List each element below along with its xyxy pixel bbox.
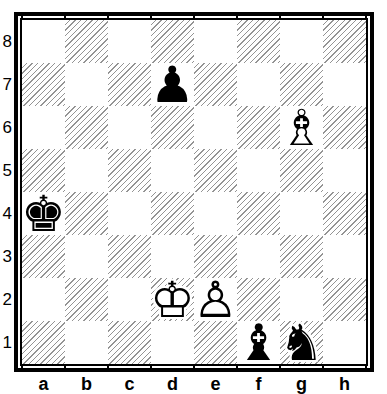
square-a2[interactable] [22, 278, 65, 321]
chess-board: ♟♝♗♚♚♔♟♙♝♞ [22, 20, 366, 364]
rank-label-8: 8 [0, 20, 14, 63]
file-label-b: b [65, 374, 108, 394]
square-g4[interactable] [280, 192, 323, 235]
square-g3[interactable] [280, 235, 323, 278]
square-h8[interactable] [323, 20, 366, 63]
file-label-f: f [237, 374, 280, 394]
square-e2[interactable]: ♟♙ [194, 278, 237, 321]
square-h5[interactable] [323, 149, 366, 192]
square-f8[interactable] [237, 20, 280, 63]
piece-white-bishop[interactable]: ♝♗ [280, 106, 323, 149]
square-c1[interactable] [108, 321, 151, 364]
square-f4[interactable] [237, 192, 280, 235]
square-b7[interactable] [65, 63, 108, 106]
square-e8[interactable] [194, 20, 237, 63]
square-e7[interactable] [194, 63, 237, 106]
square-f3[interactable] [237, 235, 280, 278]
square-g5[interactable] [280, 149, 323, 192]
square-f6[interactable] [237, 106, 280, 149]
square-b2[interactable] [65, 278, 108, 321]
square-a6[interactable] [22, 106, 65, 149]
square-d5[interactable] [151, 149, 194, 192]
file-label-a: a [22, 374, 65, 394]
square-e5[interactable] [194, 149, 237, 192]
square-b8[interactable] [65, 20, 108, 63]
black-king-icon: ♚ [22, 192, 65, 235]
rank-label-3: 3 [0, 235, 14, 278]
square-d7[interactable]: ♟ [151, 63, 194, 106]
square-a1[interactable] [22, 321, 65, 364]
square-c5[interactable] [108, 149, 151, 192]
piece-black-bishop[interactable]: ♝ [237, 321, 280, 364]
square-c3[interactable] [108, 235, 151, 278]
board-frame: ♟♝♗♚♚♔♟♙♝♞ [14, 12, 374, 372]
piece-white-king[interactable]: ♚♔ [151, 278, 194, 321]
square-h4[interactable] [323, 192, 366, 235]
white-king-icon: ♔ [151, 278, 194, 321]
square-g6[interactable]: ♝♗ [280, 106, 323, 149]
piece-black-pawn[interactable]: ♟ [151, 63, 194, 106]
rank-label-4: 4 [0, 192, 14, 235]
square-h3[interactable] [323, 235, 366, 278]
white-bishop-icon: ♗ [280, 106, 323, 149]
rank-labels: 87654321 [0, 20, 14, 372]
square-f7[interactable] [237, 63, 280, 106]
square-a7[interactable] [22, 63, 65, 106]
square-h1[interactable] [323, 321, 366, 364]
square-a3[interactable] [22, 235, 65, 278]
square-c2[interactable] [108, 278, 151, 321]
white-pawn-icon: ♙ [194, 278, 237, 321]
square-g8[interactable] [280, 20, 323, 63]
black-bishop-icon: ♝ [237, 321, 280, 364]
chess-diagram: 87654321 ♟♝♗♚♚♔♟♙♝♞ abcdefgh [0, 0, 387, 394]
rank-label-2: 2 [0, 278, 14, 321]
square-a4[interactable]: ♚ [22, 192, 65, 235]
file-label-c: c [108, 374, 151, 394]
square-b1[interactable] [65, 321, 108, 364]
square-d1[interactable] [151, 321, 194, 364]
file-labels: abcdefgh [22, 374, 387, 394]
square-a8[interactable] [22, 20, 65, 63]
square-g1[interactable]: ♞ [280, 321, 323, 364]
piece-white-pawn[interactable]: ♟♙ [194, 278, 237, 321]
square-e4[interactable] [194, 192, 237, 235]
square-d2[interactable]: ♚♔ [151, 278, 194, 321]
rank-label-1: 1 [0, 321, 14, 364]
file-label-d: d [151, 374, 194, 394]
rank-label-6: 6 [0, 106, 14, 149]
piece-black-king[interactable]: ♚ [22, 192, 65, 235]
square-e6[interactable] [194, 106, 237, 149]
top-border-ticks [21, 16, 367, 18]
square-h7[interactable] [323, 63, 366, 106]
rank-label-5: 5 [0, 149, 14, 192]
square-d4[interactable] [151, 192, 194, 235]
square-c4[interactable] [108, 192, 151, 235]
square-b4[interactable] [65, 192, 108, 235]
file-label-h: h [323, 374, 366, 394]
file-label-g: g [280, 374, 323, 394]
square-b6[interactable] [65, 106, 108, 149]
square-e1[interactable] [194, 321, 237, 364]
square-f5[interactable] [237, 149, 280, 192]
board-inner-frame: ♟♝♗♚♚♔♟♙♝♞ [20, 18, 368, 366]
square-h2[interactable] [323, 278, 366, 321]
square-c8[interactable] [108, 20, 151, 63]
square-d6[interactable] [151, 106, 194, 149]
black-pawn-icon: ♟ [151, 63, 194, 106]
piece-black-knight[interactable]: ♞ [280, 321, 323, 364]
square-f1[interactable]: ♝ [237, 321, 280, 364]
square-b3[interactable] [65, 235, 108, 278]
black-knight-icon: ♞ [280, 321, 323, 364]
board-area: 87654321 ♟♝♗♚♚♔♟♙♝♞ [0, 0, 387, 372]
square-h6[interactable] [323, 106, 366, 149]
square-c6[interactable] [108, 106, 151, 149]
square-b5[interactable] [65, 149, 108, 192]
square-c7[interactable] [108, 63, 151, 106]
rank-label-7: 7 [0, 63, 14, 106]
file-label-e: e [194, 374, 237, 394]
